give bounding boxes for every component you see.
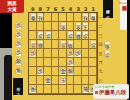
board-cell [44,40,52,49]
board-cell [67,22,75,31]
file-label-4: 4 [67,6,75,13]
board-cell [67,13,75,22]
piece-glyph: 歩 [104,51,110,59]
board-cell [74,67,82,76]
board-cell [74,76,82,85]
file-label-3: 3 [74,6,82,13]
board-cell [89,49,97,58]
board-cell [67,85,75,94]
piece-glyph: 角 [15,67,21,75]
shogi-piece-gote-歩-14: 歩 [89,40,97,49]
piece-glyph: 歩 [15,31,21,39]
piece-glyph: 香 [30,86,36,94]
board-cell [74,13,82,22]
board-cell [59,85,67,94]
logo-line2: 大賞 [0,7,24,13]
file-label-5: 5 [59,6,67,13]
sente-hand-piece-歩: 歩 [14,21,23,30]
board-cell [82,76,90,85]
board-cell [37,85,45,94]
board-cell [52,67,60,76]
shogi-piece-sente-歩-87: 歩 [37,67,45,76]
shogi-piece-sente-銀-47: 銀 [67,67,75,76]
piece-glyph: 歩 [15,49,21,57]
gote-name-text: 伊藤果 作 [106,7,110,12]
board-cell [52,22,60,31]
file-label-9: 9 [29,6,37,13]
piece-glyph: 銀 [75,32,81,40]
shogi-piece-sente-金-57: 金 [59,67,67,76]
shogi-piece-gote-歩-43: 歩 [67,31,75,40]
rank-label-7: 七 [98,67,104,76]
caption-bar: いとうはたす 伊藤果八段 [93,84,129,99]
board-cell [74,85,82,94]
sente-name-text: 攻め方 [16,84,20,88]
board-cell [74,58,82,67]
piece-glyph: 歩 [75,50,81,58]
piece-glyph: 金 [60,68,66,76]
piece-glyph: 香 [30,14,36,22]
piece-glyph: 歩 [90,41,96,49]
shogi-piece-gote-歩-94: 歩 [29,40,37,49]
board-cell [89,67,97,76]
gote-captured-pieces: 角歩 [103,41,112,59]
shogi-piece-sente-玉-58: 玉 [59,76,67,85]
board-cell [29,58,37,67]
board-cell [89,58,97,67]
tv-frame: 987654321 香桂桂香金金玉歩歩歩銀歩歩銀歩飛歩歩歩歩歩歩金銀金玉香飛香 … [0,0,130,100]
board-cell [37,49,45,58]
board-cell [44,67,52,76]
board-cell [29,22,37,31]
piece-glyph: 歩 [82,32,88,40]
board-cell [29,31,37,40]
shogi-piece-sente-飛-29: 飛 [82,85,90,94]
shogi-piece-gote-飛-44: 飛 [67,40,75,49]
board-cell [52,76,60,85]
board-cell [52,40,60,49]
board-cell [37,22,45,31]
program-logo-top-left: 囲碁 大賞 [0,0,24,13]
board-cell [59,49,67,58]
board-cell [82,49,90,58]
file-label-1: 1 [90,6,98,13]
sente-hand-piece-歩: 歩 [14,39,23,48]
shogi-board: 香桂桂香金金玉歩歩歩銀歩歩銀歩飛歩歩歩歩歩歩金銀金玉香飛香 [29,13,97,94]
shogi-piece-gote-歩-23: 歩 [82,31,90,40]
sente-hand-piece-歩: 歩 [14,48,23,57]
piece-glyph: 歩 [37,68,43,76]
sente-captured-pieces: 歩歩歩歩銀角 [14,21,23,75]
shogi-piece-gote-香-91: 香 [29,13,37,22]
board-cell [52,58,60,67]
shogi-piece-sente-歩-35: 歩 [74,49,82,58]
board-cell [29,76,37,85]
piece-glyph: 玉 [60,77,66,85]
file-label-6: 6 [52,6,60,13]
caption-player-name: 伊藤果八段 [95,89,127,96]
piece-glyph: 歩 [30,41,36,49]
shogi-piece-sente-歩-95: 歩 [29,49,37,58]
shogi-piece-sente-金-78: 金 [44,76,52,85]
piece-glyph: 飛 [82,86,88,94]
piece-glyph: 銀 [37,41,43,49]
piece-glyph: 金 [45,77,51,85]
shogi-piece-gote-金-32: 金 [74,22,82,31]
board-cell [52,85,60,94]
rank-label-6: 六 [98,58,104,67]
board-cell [52,49,60,58]
shogi-piece-gote-桂-81: 桂 [37,13,45,22]
piece-glyph: 歩 [67,32,73,40]
gote-name-plate: 伊藤果 作 [103,0,113,18]
board-cell [89,31,97,40]
piece-glyph: 歩 [60,41,66,49]
shogi-piece-gote-桂-21: 桂 [82,13,90,22]
shogi-piece-gote-玉-22: 玉 [82,22,90,31]
piece-glyph: 歩 [45,32,51,40]
file-label-2: 2 [82,6,90,13]
sente-hand-piece-銀: 銀 [14,57,23,66]
rank-label-2: 二 [98,22,104,31]
board-cell [52,13,60,22]
board-cell [37,58,45,67]
shogi-piece-gote-歩-54: 歩 [59,40,67,49]
shogi-piece-gote-歩-83: 歩 [37,31,45,40]
caption-bullet-icon [95,91,98,94]
board-cell [44,13,52,22]
board-cell [67,76,75,85]
board-cell [44,49,52,58]
board-cell [44,85,52,94]
shogi-piece-sente-香-99: 香 [29,85,37,94]
piece-glyph: 角 [104,42,110,50]
piece-glyph: 桂 [82,14,88,22]
board-cell [74,40,82,49]
gote-hand-piece-角: 角 [103,41,112,50]
piece-glyph: 飛 [67,41,73,49]
presenter-silhouette [4,55,12,100]
piece-glyph: 歩 [15,40,21,48]
board-cell [37,76,45,85]
file-label-8: 8 [37,6,45,13]
piece-glyph: 歩 [67,59,73,67]
shogi-piece-gote-金-52: 金 [59,22,67,31]
piece-glyph: 金 [75,23,81,31]
board-cell [59,58,67,67]
board-cell [59,13,67,22]
piece-glyph: 歩 [37,32,43,40]
board-cell [82,67,90,76]
piece-glyph: 金 [60,23,66,31]
sente-hand-piece-角: 角 [14,66,23,75]
piece-glyph: 銀 [67,68,73,76]
board-cell [82,58,90,67]
file-coordinate-labels: 987654321 [29,6,97,13]
gote-hand-piece-歩: 歩 [103,50,112,59]
piece-glyph: 香 [90,14,96,22]
board-cell [59,31,67,40]
rank-label-3: 三 [98,31,104,40]
shogi-piece-gote-銀-84: 銀 [37,40,45,49]
sente-hand-piece-歩: 歩 [14,30,23,39]
board-cell [44,22,52,31]
board-cell [52,31,60,40]
board-cell [29,67,37,76]
shogi-piece-gote-歩-73: 歩 [44,31,52,40]
shogi-piece-gote-香-11: 香 [89,13,97,22]
piece-glyph: 歩 [30,50,36,58]
shogi-piece-sente-歩-46: 歩 [67,58,75,67]
board-cell [44,58,52,67]
piece-glyph: 銀 [15,58,21,66]
piece-glyph: 玉 [82,23,88,31]
sente-name-plate: 攻め方 [13,78,23,95]
board-cell [82,40,90,49]
piece-glyph: 桂 [37,14,43,22]
file-label-7: 7 [44,6,52,13]
piece-glyph: 歩 [15,22,21,30]
board-cell [89,22,97,31]
shogi-piece-sente-歩-45: 歩 [67,49,75,58]
shogi-piece-gote-銀-33: 銀 [74,31,82,40]
piece-glyph: 歩 [67,50,73,58]
